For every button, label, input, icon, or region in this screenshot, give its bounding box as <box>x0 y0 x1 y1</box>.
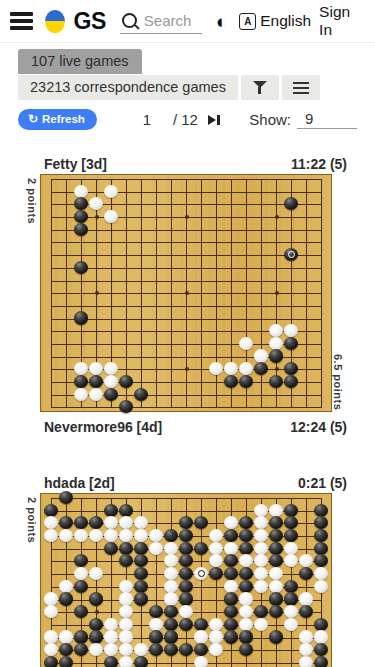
white-stone <box>164 580 178 593</box>
white-stone <box>239 337 253 350</box>
live-games-tab[interactable]: 107 live games <box>18 49 142 74</box>
black-stone <box>104 656 118 667</box>
black-stone <box>269 592 283 605</box>
white-stone <box>59 580 73 593</box>
filter-icon <box>253 81 267 94</box>
black-stone <box>119 400 133 413</box>
black-stone <box>299 605 313 618</box>
last-page-icon[interactable] <box>208 114 222 126</box>
white-stone <box>179 605 193 618</box>
black-stone <box>239 529 253 542</box>
black-stone <box>164 618 178 631</box>
language-selector[interactable]: A English <box>239 12 311 30</box>
white-stone <box>89 529 103 542</box>
black-stone <box>134 656 148 667</box>
language-label[interactable]: English <box>260 12 311 30</box>
white-stone <box>149 618 163 631</box>
search-input[interactable] <box>142 11 206 30</box>
white-stone <box>224 362 238 375</box>
black-stone <box>59 491 73 504</box>
white-stone <box>254 567 268 580</box>
black-stone <box>194 516 208 529</box>
correspondence-games-tab[interactable]: 23213 correspondence games <box>18 75 238 100</box>
black-stone <box>44 656 58 667</box>
white-stone <box>164 592 178 605</box>
black-stone <box>269 630 283 643</box>
white-stone <box>254 542 268 555</box>
black-stone <box>149 630 163 643</box>
ogs-logo-icon[interactable] <box>45 10 65 33</box>
black-stone <box>239 375 253 388</box>
white-stone <box>269 580 283 593</box>
white-stone <box>89 362 103 375</box>
top-player-name[interactable]: hdada [2d] <box>44 475 115 491</box>
game-top-row: hdada [2d] 0:21 (5) <box>26 471 348 493</box>
white-stone <box>104 362 118 375</box>
black-stone <box>284 592 298 605</box>
white-stone <box>224 542 238 555</box>
black-stone <box>269 516 283 529</box>
black-stone <box>134 580 148 593</box>
black-stone <box>134 542 148 555</box>
black-stone <box>224 567 238 580</box>
white-stone <box>89 567 103 580</box>
white-stone <box>44 592 58 605</box>
black-stone <box>284 197 298 210</box>
white-stone <box>254 529 268 542</box>
white-stone <box>74 362 88 375</box>
black-stone <box>269 375 283 388</box>
refresh-button[interactable]: ↻ Refresh <box>18 109 97 130</box>
black-stone <box>314 542 328 555</box>
app-bar: GS ◐ A English Sign In <box>0 0 375 43</box>
black-stone <box>224 554 238 567</box>
white-stone <box>209 630 223 643</box>
white-stone <box>89 197 103 210</box>
black-stone <box>314 554 328 567</box>
black-stone <box>164 630 178 643</box>
black-stone <box>179 618 193 631</box>
black-stone <box>104 542 118 555</box>
black-stone <box>104 504 118 517</box>
pagination-bar: ↻ Refresh 1 / 12 Show: <box>18 109 357 130</box>
black-stone <box>89 516 103 529</box>
white-stone <box>149 529 163 542</box>
black-stone <box>314 656 328 667</box>
black-stone <box>74 210 88 223</box>
black-stone <box>74 516 88 529</box>
white-stone <box>299 554 313 567</box>
search-icon <box>122 13 137 28</box>
white-stone <box>299 656 313 667</box>
white-stone <box>299 592 313 605</box>
right-score-label: 6.5 points <box>332 354 344 410</box>
stones-layer <box>44 491 329 667</box>
white-stone <box>269 337 283 350</box>
black-stone <box>134 388 148 401</box>
white-stone <box>74 388 88 401</box>
black-stone <box>119 554 133 567</box>
white-stone <box>164 567 178 580</box>
black-stone <box>59 592 73 605</box>
black-stone <box>284 580 298 593</box>
black-stone <box>224 375 238 388</box>
white-stone <box>314 567 328 580</box>
page-total-label: / 12 <box>173 111 198 128</box>
black-stone <box>284 375 298 388</box>
black-stone <box>149 605 163 618</box>
black-stone <box>164 643 178 656</box>
white-stone <box>104 375 118 388</box>
black-stone <box>314 529 328 542</box>
black-stone <box>284 516 298 529</box>
white-stone <box>194 567 208 580</box>
black-stone <box>74 580 88 593</box>
white-stone <box>209 554 223 567</box>
black-stone <box>224 605 238 618</box>
stones-layer <box>44 172 329 413</box>
white-stone <box>119 580 133 593</box>
black-stone <box>74 554 88 567</box>
black-stone <box>314 643 328 656</box>
white-stone <box>209 542 223 555</box>
top-player-clock: 11:22 (5) <box>291 156 347 172</box>
white-stone <box>254 349 268 362</box>
top-player-clock: 0:21 (5) <box>298 475 347 491</box>
white-stone <box>104 618 118 631</box>
white-stone <box>224 516 238 529</box>
black-stone <box>119 504 133 517</box>
filter-button[interactable] <box>241 75 279 100</box>
black-stone <box>224 618 238 631</box>
white-stone <box>104 529 118 542</box>
black-stone <box>119 542 133 555</box>
black-stone <box>284 337 298 350</box>
white-stone <box>284 324 298 337</box>
black-stone <box>269 542 283 555</box>
black-stone <box>179 542 193 555</box>
logo-text[interactable]: GS <box>74 8 106 35</box>
white-stone <box>239 605 253 618</box>
black-stone <box>179 529 193 542</box>
go-board[interactable] <box>40 174 332 412</box>
black-stone <box>224 630 238 643</box>
black-stone <box>119 375 133 388</box>
white-stone <box>239 554 253 567</box>
black-stone <box>179 580 193 593</box>
white-stone <box>104 643 118 656</box>
black-stone <box>239 542 253 555</box>
game-card: hdada [2d] 0:21 (5) 2 points <box>26 471 348 667</box>
white-stone <box>254 516 268 529</box>
black-stone <box>239 643 253 656</box>
white-stone <box>104 516 118 529</box>
black-stone <box>314 516 328 529</box>
white-stone <box>254 580 268 593</box>
white-stone <box>239 592 253 605</box>
black-stone <box>89 630 103 643</box>
correspondence-row: 23213 correspondence games <box>18 75 357 100</box>
translate-icon: A <box>239 13 256 30</box>
white-stone <box>284 542 298 555</box>
search-box[interactable] <box>120 9 202 34</box>
white-stone <box>269 504 283 517</box>
white-stone <box>284 618 298 631</box>
black-stone <box>74 197 88 210</box>
black-stone <box>179 554 193 567</box>
white-stone <box>74 567 88 580</box>
black-stone <box>239 567 253 580</box>
bottom-player-clock: 12:24 (5) <box>290 419 347 435</box>
black-stone <box>239 580 253 593</box>
black-stone <box>254 362 268 375</box>
white-stone <box>314 630 328 643</box>
theme-toggle-icon[interactable]: ◐ <box>216 12 227 31</box>
white-stone <box>74 185 88 198</box>
black-stone <box>74 643 88 656</box>
white-stone <box>104 210 118 223</box>
white-stone <box>119 605 133 618</box>
white-stone <box>119 643 133 656</box>
white-stone <box>239 362 253 375</box>
white-stone <box>44 630 58 643</box>
bottom-player-name[interactable]: Nevermore96 [4d] <box>44 419 162 435</box>
black-stone <box>89 592 103 605</box>
white-stone <box>134 643 148 656</box>
white-stone <box>44 529 58 542</box>
white-stone <box>134 516 148 529</box>
black-stone <box>314 618 328 631</box>
black-stone <box>224 529 238 542</box>
black-stone <box>269 529 283 542</box>
game-bottom-row: Nevermore96 [4d] 12:24 (5) <box>26 412 348 437</box>
white-stone <box>239 618 253 631</box>
black-stone <box>284 362 298 375</box>
black-stone <box>89 618 103 631</box>
white-stone <box>104 185 118 198</box>
black-stone <box>59 516 73 529</box>
white-stone <box>59 529 73 542</box>
white-stone <box>254 504 268 517</box>
go-board[interactable] <box>40 493 332 667</box>
white-stone <box>209 618 223 631</box>
white-stone <box>269 324 283 337</box>
white-stone <box>134 529 148 542</box>
ogs-games-page: { "header": { "logo_text": "GS", "search… <box>0 0 375 667</box>
black-stone <box>224 592 238 605</box>
white-stone <box>89 643 103 656</box>
black-stone <box>179 567 193 580</box>
black-stone <box>194 643 208 656</box>
black-stone <box>239 630 253 643</box>
black-stone <box>134 592 148 605</box>
white-stone <box>299 643 313 656</box>
white-stone <box>194 656 208 667</box>
black-stone <box>134 567 148 580</box>
black-stone <box>179 516 193 529</box>
white-stone <box>119 630 133 643</box>
white-stone <box>284 554 298 567</box>
black-stone <box>74 605 88 618</box>
black-stone <box>74 311 88 324</box>
white-stone <box>89 388 103 401</box>
left-score-label: 2 points <box>26 178 38 412</box>
white-stone <box>254 554 268 567</box>
black-stone <box>59 643 73 656</box>
black-stone <box>44 504 58 517</box>
black-stone <box>164 605 178 618</box>
white-stone <box>149 542 163 555</box>
games-list-controls: 107 live games 23213 correspondence game… <box>0 43 375 130</box>
black-stone <box>104 388 118 401</box>
white-stone <box>104 630 118 643</box>
black-stone <box>164 529 178 542</box>
white-stone <box>209 529 223 542</box>
black-stone <box>314 504 328 517</box>
white-stone <box>209 643 223 656</box>
white-stone <box>119 529 133 542</box>
menu-icon[interactable] <box>10 12 33 30</box>
game-card: Fetty [3d] 11:22 (5) 2 points 6.5 points… <box>26 152 348 437</box>
black-stone <box>239 516 253 529</box>
black-stone <box>284 248 298 261</box>
left-score-label: 2 points <box>26 497 38 667</box>
white-stone <box>299 630 313 643</box>
black-stone <box>269 554 283 567</box>
black-stone <box>74 375 88 388</box>
black-stone <box>134 554 148 567</box>
list-view-button[interactable] <box>282 75 320 100</box>
list-icon <box>293 82 309 94</box>
white-stone <box>44 605 58 618</box>
show-count-input[interactable] <box>297 110 357 129</box>
black-stone <box>149 643 163 656</box>
black-stone <box>74 630 88 643</box>
white-stone <box>119 592 133 605</box>
black-stone <box>254 605 268 618</box>
top-player-name[interactable]: Fetty [3d] <box>44 156 107 172</box>
white-stone <box>254 618 268 631</box>
white-stone <box>59 630 73 643</box>
white-stone <box>74 529 88 542</box>
black-stone <box>59 656 73 667</box>
white-stone <box>44 516 58 529</box>
white-stone <box>224 580 238 593</box>
white-stone <box>194 630 208 643</box>
white-stone <box>44 643 58 656</box>
white-stone <box>284 605 298 618</box>
black-stone <box>89 375 103 388</box>
black-stone <box>74 261 88 274</box>
refresh-icon: ↻ <box>28 113 38 125</box>
black-stone <box>179 592 193 605</box>
show-label: Show: <box>249 111 291 128</box>
sign-in-link[interactable]: Sign In <box>319 3 361 39</box>
black-stone <box>194 618 208 631</box>
black-stone <box>269 349 283 362</box>
black-stone <box>74 223 88 236</box>
black-stone <box>284 529 298 542</box>
black-stone <box>179 643 193 656</box>
white-stone <box>164 542 178 555</box>
white-stone <box>119 618 133 631</box>
white-stone <box>269 567 283 580</box>
black-stone <box>194 542 208 555</box>
white-stone <box>119 656 133 667</box>
white-stone <box>119 516 133 529</box>
page-number-input[interactable]: 1 <box>135 111 159 128</box>
white-stone <box>164 554 178 567</box>
black-stone <box>209 567 223 580</box>
refresh-label: Refresh <box>42 113 85 125</box>
black-stone <box>299 567 313 580</box>
white-stone <box>314 580 328 593</box>
white-stone <box>209 362 223 375</box>
black-stone <box>284 504 298 517</box>
game-top-row: Fetty [3d] 11:22 (5) <box>26 152 348 174</box>
black-stone <box>269 605 283 618</box>
